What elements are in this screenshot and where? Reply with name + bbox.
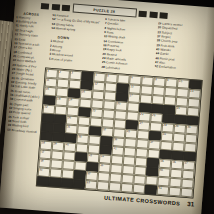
cell-number: 25 bbox=[152, 114, 155, 117]
cell-number: 13 bbox=[130, 85, 133, 88]
grid-cell[interactable] bbox=[109, 182, 122, 192]
cell-number: 32 bbox=[103, 128, 106, 131]
cell-number: 12 bbox=[94, 82, 97, 85]
header-black-square bbox=[138, 10, 146, 17]
grid-cell[interactable] bbox=[121, 183, 134, 193]
grid-cell-black bbox=[37, 176, 50, 186]
header-black-square bbox=[51, 3, 59, 10]
cell-number: 30 bbox=[187, 126, 190, 129]
cell-number: 11 bbox=[46, 78, 49, 81]
cell-number: 43 bbox=[89, 154, 92, 157]
cell-number: 29 bbox=[175, 125, 178, 128]
cell-number: 10 bbox=[179, 80, 182, 83]
cell-number: 8 bbox=[155, 78, 157, 81]
header-black-square bbox=[41, 3, 49, 10]
cell-number: 9 bbox=[167, 79, 169, 82]
cell-number: 16 bbox=[82, 90, 85, 93]
cell-number: 34 bbox=[163, 133, 166, 136]
cell-number: 45 bbox=[160, 160, 163, 163]
cell-number: 31 bbox=[67, 125, 70, 128]
grid-cell-black bbox=[73, 179, 86, 189]
cell-number: 54 bbox=[158, 186, 161, 189]
cell-number: 18 bbox=[57, 97, 60, 100]
cell-number: 21 bbox=[177, 107, 180, 110]
cell-number: 49 bbox=[100, 164, 103, 167]
cell-number: 26 bbox=[68, 116, 71, 119]
crossword-book-page: PUZZLE 28 ACROSS1 Masonry4 Building plot… bbox=[0, 0, 214, 214]
grid-cell[interactable] bbox=[97, 181, 110, 191]
down-clues-columns: 51 Finished52 "— a Song Go Out of My Hea… bbox=[48, 14, 208, 78]
page-number: 31 bbox=[187, 200, 195, 208]
cell-number: 20 bbox=[117, 102, 120, 105]
cell-number: 51 bbox=[39, 168, 42, 171]
cell-number: 22 bbox=[44, 105, 47, 108]
cell-number: 17 bbox=[130, 94, 133, 97]
cell-number: 28 bbox=[163, 124, 166, 127]
cell-number: 46 bbox=[172, 161, 175, 164]
grid-cell[interactable]: 54 bbox=[157, 186, 170, 196]
clue-column-4: 29 Lamb's mother30 Dispatched33 Subject3… bbox=[154, 22, 208, 78]
cell-number: 44 bbox=[101, 155, 104, 158]
header-black-square bbox=[149, 11, 157, 18]
cell-number: 4 bbox=[95, 73, 97, 76]
header-black-square bbox=[159, 12, 167, 19]
clue-item: 50 Broadway musical bbox=[7, 128, 39, 134]
cell-number: 37 bbox=[150, 141, 153, 144]
cell-number: 24 bbox=[140, 113, 143, 116]
cell-number: 47 bbox=[184, 161, 187, 164]
cell-number: 35 bbox=[78, 135, 81, 138]
cell-number: 50 bbox=[160, 169, 163, 172]
cell-number: 27 bbox=[139, 122, 142, 125]
grid-cell[interactable] bbox=[180, 188, 193, 198]
crossword-grid: 1234567891011121314151617181920212223242… bbox=[36, 68, 203, 199]
cell-number: 39 bbox=[53, 142, 56, 145]
cell-number: 48 bbox=[40, 159, 43, 162]
cell-number: 2 bbox=[59, 70, 61, 73]
cell-number: 14 bbox=[190, 90, 193, 93]
cell-number: 3 bbox=[71, 71, 73, 74]
cell-number: 15 bbox=[46, 87, 49, 90]
cell-number: 53 bbox=[87, 181, 90, 184]
grid-cell-black bbox=[145, 185, 158, 195]
cell-number: 41 bbox=[113, 147, 116, 150]
cell-number: 42 bbox=[41, 150, 44, 153]
cell-number: 36 bbox=[114, 138, 117, 141]
grid-cell[interactable] bbox=[133, 184, 146, 194]
cell-number: 23 bbox=[92, 109, 95, 112]
grid-cell[interactable] bbox=[168, 187, 181, 197]
cell-number: 6 bbox=[131, 76, 133, 79]
cell-number: 1 bbox=[47, 69, 49, 72]
cell-number: 38 bbox=[42, 141, 45, 144]
cell-number: 40 bbox=[65, 143, 68, 146]
clue-column-2: 51 Finished52 "— a Song Go Out of My Hea… bbox=[48, 14, 102, 70]
grid-cell-black bbox=[49, 177, 62, 187]
cell-number: 33 bbox=[127, 130, 130, 133]
cell-number: 7 bbox=[143, 77, 145, 80]
grid-cell[interactable]: 53 bbox=[85, 180, 98, 190]
header-black-square bbox=[62, 4, 70, 11]
cell-number: 5 bbox=[107, 74, 109, 77]
grid-cell-black bbox=[61, 178, 74, 188]
cell-number: 19 bbox=[69, 98, 72, 101]
clue-column-3: 6 Toledo's lake7 Gremlin8 Nights before9… bbox=[101, 18, 155, 74]
cell-number: 52 bbox=[87, 172, 90, 175]
